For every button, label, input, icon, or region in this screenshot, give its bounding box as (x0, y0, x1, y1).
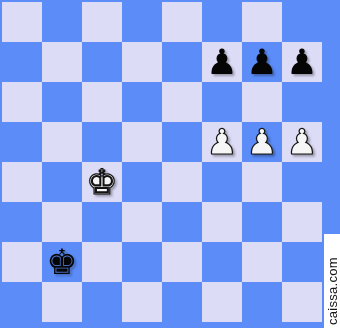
black-king-piece[interactable]: ♚ (46, 242, 77, 282)
square-b7[interactable] (42, 42, 82, 82)
square-b8[interactable] (42, 2, 82, 42)
square-h3[interactable] (282, 202, 322, 242)
square-g5[interactable]: ♟ (242, 122, 282, 162)
square-g3[interactable] (242, 202, 282, 242)
square-g2[interactable] (242, 242, 282, 282)
square-c1[interactable] (82, 282, 122, 322)
white-king-piece[interactable]: ♚ (86, 162, 117, 202)
square-a7[interactable] (2, 42, 42, 82)
square-b5[interactable] (42, 122, 82, 162)
white-pawn-piece[interactable]: ♟ (286, 122, 317, 162)
square-c7[interactable] (82, 42, 122, 82)
square-e4[interactable] (162, 162, 202, 202)
square-e5[interactable] (162, 122, 202, 162)
square-e2[interactable] (162, 242, 202, 282)
square-g6[interactable] (242, 82, 282, 122)
square-d6[interactable] (122, 82, 162, 122)
square-a2[interactable] (2, 242, 42, 282)
square-d2[interactable] (122, 242, 162, 282)
square-d7[interactable] (122, 42, 162, 82)
chess-board: ♟♟♟♟♟♟♚♚ (2, 2, 322, 322)
square-h7[interactable]: ♟ (282, 42, 322, 82)
square-d5[interactable] (122, 122, 162, 162)
square-e7[interactable] (162, 42, 202, 82)
square-h6[interactable] (282, 82, 322, 122)
square-g7[interactable]: ♟ (242, 42, 282, 82)
square-c6[interactable] (82, 82, 122, 122)
square-e1[interactable] (162, 282, 202, 322)
square-e6[interactable] (162, 82, 202, 122)
square-d3[interactable] (122, 202, 162, 242)
black-pawn-piece[interactable]: ♟ (206, 42, 237, 82)
square-b3[interactable] (42, 202, 82, 242)
square-f1[interactable] (202, 282, 242, 322)
square-b6[interactable] (42, 82, 82, 122)
square-a8[interactable] (2, 2, 42, 42)
square-d4[interactable] (122, 162, 162, 202)
square-f8[interactable] (202, 2, 242, 42)
square-f4[interactable] (202, 162, 242, 202)
white-pawn-piece[interactable]: ♟ (246, 122, 277, 162)
black-pawn-piece[interactable]: ♟ (246, 42, 277, 82)
square-d8[interactable] (122, 2, 162, 42)
square-b1[interactable] (42, 282, 82, 322)
square-c2[interactable] (82, 242, 122, 282)
square-d1[interactable] (122, 282, 162, 322)
square-f6[interactable] (202, 82, 242, 122)
square-a6[interactable] (2, 82, 42, 122)
square-e3[interactable] (162, 202, 202, 242)
square-f3[interactable] (202, 202, 242, 242)
square-a3[interactable] (2, 202, 42, 242)
white-pawn-piece[interactable]: ♟ (206, 122, 237, 162)
square-g4[interactable] (242, 162, 282, 202)
square-a4[interactable] (2, 162, 42, 202)
square-b4[interactable] (42, 162, 82, 202)
square-g8[interactable] (242, 2, 282, 42)
chess-diagram: ♟♟♟♟♟♟♚♚ caissa.com (0, 0, 340, 328)
square-h2[interactable] (282, 242, 322, 282)
square-e8[interactable] (162, 2, 202, 42)
square-c5[interactable] (82, 122, 122, 162)
watermark-text: caissa.com (325, 257, 340, 325)
square-h8[interactable] (282, 2, 322, 42)
square-f2[interactable] (202, 242, 242, 282)
square-c8[interactable] (82, 2, 122, 42)
watermark-strip: caissa.com (324, 234, 340, 328)
square-a5[interactable] (2, 122, 42, 162)
black-pawn-piece[interactable]: ♟ (286, 42, 317, 82)
square-b2[interactable]: ♚ (42, 242, 82, 282)
square-g1[interactable] (242, 282, 282, 322)
square-f7[interactable]: ♟ (202, 42, 242, 82)
square-c4[interactable]: ♚ (82, 162, 122, 202)
square-a1[interactable] (2, 282, 42, 322)
square-h5[interactable]: ♟ (282, 122, 322, 162)
square-h1[interactable] (282, 282, 322, 322)
square-h4[interactable] (282, 162, 322, 202)
square-c3[interactable] (82, 202, 122, 242)
square-f5[interactable]: ♟ (202, 122, 242, 162)
